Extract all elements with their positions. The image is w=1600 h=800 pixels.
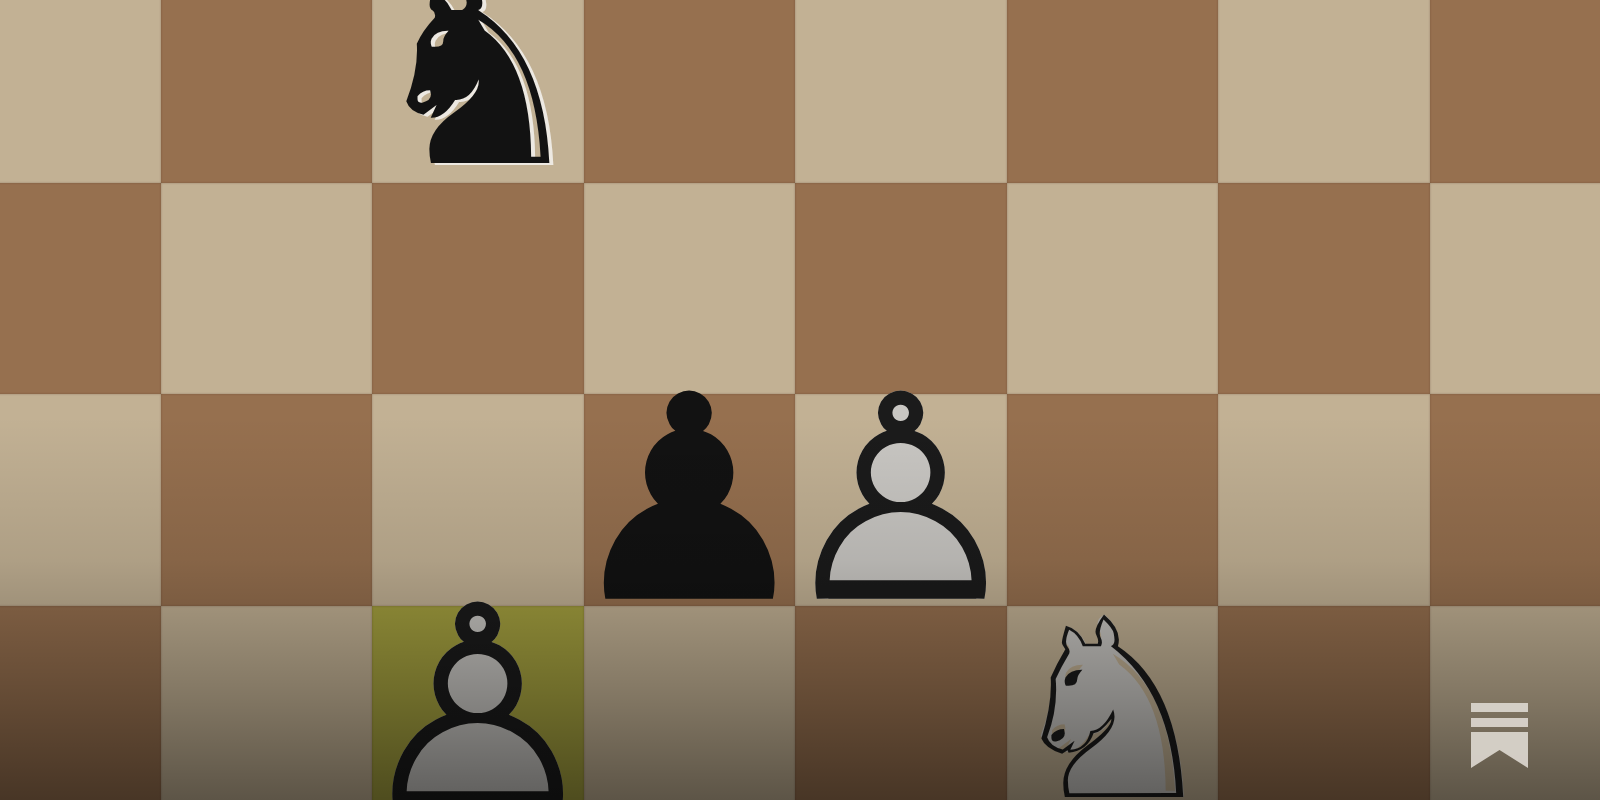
square-f6[interactable] <box>1007 0 1219 183</box>
square-h5[interactable] <box>1430 183 1600 395</box>
bookmark-flag <box>1471 732 1528 768</box>
square-d4[interactable]: ♟ <box>584 394 796 606</box>
square-b6[interactable] <box>161 0 373 183</box>
chess-screenshot: ♞♟♟♙♟♙♞♘ <box>0 0 1600 800</box>
square-a5[interactable] <box>0 183 161 395</box>
white-pawn[interactable]: ♟♙ <box>372 606 584 800</box>
chessboard: ♞♟♟♙♟♙♞♘ <box>0 0 1600 800</box>
square-c3[interactable]: ♟♙ <box>372 606 584 800</box>
square-b3[interactable] <box>161 606 373 800</box>
square-f5[interactable] <box>1007 183 1219 395</box>
bookmark-icon[interactable] <box>1471 703 1528 768</box>
square-d6[interactable] <box>584 0 796 183</box>
square-e4[interactable]: ♟♙ <box>795 394 1007 606</box>
square-a6[interactable] <box>0 0 161 183</box>
square-a3[interactable] <box>0 606 161 800</box>
square-g6[interactable] <box>1218 0 1430 183</box>
square-d3[interactable] <box>584 606 796 800</box>
square-e3[interactable] <box>795 606 1007 800</box>
black-knight[interactable]: ♞ <box>372 0 584 183</box>
black-pawn[interactable]: ♟ <box>584 394 796 606</box>
square-a4[interactable] <box>0 394 161 606</box>
bookmark-bar-mid <box>1471 718 1528 727</box>
square-h6[interactable] <box>1430 0 1600 183</box>
square-c6[interactable]: ♞ <box>372 0 584 183</box>
square-g3[interactable] <box>1218 606 1430 800</box>
white-pawn[interactable]: ♟♙ <box>795 394 1007 606</box>
square-g5[interactable] <box>1218 183 1430 395</box>
white-knight[interactable]: ♞♘ <box>1007 606 1219 800</box>
square-b4[interactable] <box>161 394 373 606</box>
square-b5[interactable] <box>161 183 373 395</box>
square-h4[interactable] <box>1430 394 1600 606</box>
square-f3[interactable]: ♞♘ <box>1007 606 1219 800</box>
square-e6[interactable] <box>795 0 1007 183</box>
square-c5[interactable] <box>372 183 584 395</box>
bookmark-bar-top <box>1471 703 1528 712</box>
square-g4[interactable] <box>1218 394 1430 606</box>
